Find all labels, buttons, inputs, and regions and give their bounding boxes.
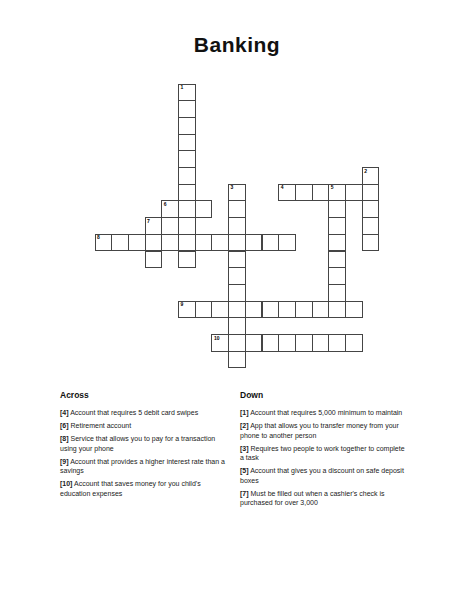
grid-cell[interactable]: 5 xyxy=(328,184,346,202)
clue-number: [7] xyxy=(240,490,249,497)
clue-number: [6] xyxy=(60,422,69,429)
cell-number: 9 xyxy=(181,302,184,307)
grid-cell[interactable] xyxy=(228,267,246,285)
grid-cell[interactable]: 8 xyxy=(95,234,113,252)
grid-cell[interactable] xyxy=(278,234,296,252)
grid-cell[interactable] xyxy=(328,251,346,269)
grid-cell[interactable] xyxy=(195,234,213,252)
grid-cell[interactable]: 7 xyxy=(145,217,163,235)
grid-cell[interactable] xyxy=(328,301,346,319)
down-clue-list: [1] Account that requires 5,000 minimum … xyxy=(240,408,408,508)
clue-down-3: [3] Requires two people to work together… xyxy=(240,444,408,463)
grid-cell[interactable] xyxy=(178,217,196,235)
clue-across-9: [9] Account that provides a higher inter… xyxy=(60,457,230,476)
clue-text: Retirement account xyxy=(71,422,132,429)
across-clue-list: [4] Account that requires 5 debit card s… xyxy=(60,408,230,498)
clue-down-7: [7] Must be filled out when a cashier's … xyxy=(240,489,408,508)
grid-cell[interactable] xyxy=(295,301,313,319)
grid-cell[interactable] xyxy=(178,184,196,202)
grid-cell[interactable] xyxy=(278,301,296,319)
grid-cell[interactable] xyxy=(295,334,313,352)
grid-cell[interactable] xyxy=(245,334,263,352)
clue-number: [8] xyxy=(60,435,69,442)
clue-text: Must be filled out when a cashier's chec… xyxy=(240,490,385,507)
clue-text: Account that provides a higher interest … xyxy=(60,458,225,475)
down-header: Down xyxy=(240,390,408,400)
grid-cell[interactable] xyxy=(345,184,363,202)
grid-cell[interactable] xyxy=(178,150,196,168)
clue-text: App that allows you to transfer money fr… xyxy=(240,422,399,439)
grid-cell[interactable] xyxy=(312,184,330,202)
grid-cell[interactable] xyxy=(262,301,280,319)
grid-cell[interactable] xyxy=(178,134,196,152)
crossword-grid: 12345678910 xyxy=(95,84,381,370)
grid-cell[interactable] xyxy=(328,217,346,235)
grid-cell[interactable] xyxy=(345,334,363,352)
cell-number: 7 xyxy=(147,219,150,224)
grid-cell[interactable] xyxy=(228,200,246,218)
clue-across-4: [4] Account that requires 5 debit card s… xyxy=(60,408,230,418)
grid-cell[interactable] xyxy=(362,200,380,218)
grid-cell[interactable] xyxy=(345,301,363,319)
grid-cell[interactable] xyxy=(362,184,380,202)
cell-number: 6 xyxy=(164,202,167,207)
clue-down-1: [1] Account that requires 5,000 minimum … xyxy=(240,408,408,418)
clue-text: Requires two people to work together to … xyxy=(240,445,405,462)
grid-cell[interactable] xyxy=(211,234,229,252)
grid-cell[interactable] xyxy=(161,234,179,252)
grid-cell[interactable] xyxy=(228,217,246,235)
clue-across-6: [6] Retirement account xyxy=(60,421,230,431)
grid-cell[interactable]: 9 xyxy=(178,301,196,319)
grid-cell[interactable] xyxy=(228,251,246,269)
grid-cell[interactable] xyxy=(145,234,163,252)
grid-cell[interactable] xyxy=(312,334,330,352)
cell-number: 4 xyxy=(281,185,284,190)
across-clues-section: Across [4] Account that requires 5 debit… xyxy=(60,390,230,502)
grid-cell[interactable]: 2 xyxy=(362,167,380,185)
grid-cell[interactable] xyxy=(262,234,280,252)
clue-text: Account that requires 5,000 minimum to m… xyxy=(250,409,402,416)
grid-cell[interactable] xyxy=(362,234,380,252)
grid-cell[interactable] xyxy=(328,284,346,302)
clue-across-8: [8] Service that allows you to pay for a… xyxy=(60,434,230,453)
grid-cell[interactable]: 10 xyxy=(211,334,229,352)
clue-text: Service that allows you to pay for a tra… xyxy=(60,435,215,452)
grid-cell[interactable]: 3 xyxy=(228,184,246,202)
grid-cell[interactable] xyxy=(295,184,313,202)
clue-across-10: [10] Account that saves money for you ch… xyxy=(60,479,230,498)
grid-cell[interactable] xyxy=(245,301,263,319)
grid-cell[interactable] xyxy=(228,234,246,252)
grid-cell[interactable] xyxy=(328,200,346,218)
grid-cell[interactable] xyxy=(195,200,213,218)
clue-down-2: [2] App that allows you to transfer mone… xyxy=(240,421,408,440)
grid-cell[interactable] xyxy=(312,301,330,319)
clue-number: [2] xyxy=(240,422,249,429)
grid-cell[interactable] xyxy=(245,234,263,252)
clue-number: [3] xyxy=(240,445,249,452)
grid-cell[interactable] xyxy=(178,117,196,135)
grid-cell[interactable]: 6 xyxy=(161,200,179,218)
grid-cell[interactable] xyxy=(178,100,196,118)
clue-down-5: [5] Account that gives you a discount on… xyxy=(240,466,408,485)
grid-cell[interactable] xyxy=(228,334,246,352)
grid-cell[interactable] xyxy=(128,234,146,252)
grid-cell[interactable] xyxy=(328,267,346,285)
grid-cell[interactable] xyxy=(145,251,163,269)
grid-cell[interactable]: 1 xyxy=(178,84,196,102)
grid-cell[interactable] xyxy=(178,234,196,252)
grid-cell[interactable] xyxy=(362,217,380,235)
clue-number: [5] xyxy=(240,467,249,474)
clue-text: Account that saves money for you child's… xyxy=(60,480,201,497)
across-header: Across xyxy=(60,390,230,400)
cell-number: 3 xyxy=(231,185,234,190)
clue-text: Account that requires 5 debit card swipe… xyxy=(70,409,198,416)
grid-cell[interactable] xyxy=(178,200,196,218)
grid-cell[interactable] xyxy=(228,301,246,319)
grid-cell[interactable] xyxy=(111,234,129,252)
cell-number: 10 xyxy=(214,336,220,341)
grid-cell[interactable] xyxy=(195,301,213,319)
grid-cell[interactable] xyxy=(178,251,196,269)
cell-number: 8 xyxy=(97,235,100,240)
grid-cell[interactable] xyxy=(328,334,346,352)
cell-number: 5 xyxy=(331,185,334,190)
clue-number: [1] xyxy=(240,409,249,416)
puzzle-title: Banking xyxy=(0,33,474,57)
clue-number: [9] xyxy=(60,458,69,465)
grid-cell[interactable] xyxy=(228,284,246,302)
clue-text: Account that gives you a discount on saf… xyxy=(240,467,404,484)
grid-cell[interactable] xyxy=(228,351,246,369)
grid-cell[interactable] xyxy=(178,167,196,185)
grid-cell[interactable]: 4 xyxy=(278,184,296,202)
cell-number: 1 xyxy=(181,85,184,90)
cell-number: 2 xyxy=(364,169,367,174)
grid-cell[interactable] xyxy=(228,317,246,335)
grid-cell[interactable] xyxy=(278,334,296,352)
clue-number: [4] xyxy=(60,409,69,416)
down-clues-section: Down [1] Account that requires 5,000 min… xyxy=(240,390,408,511)
grid-cell[interactable] xyxy=(262,334,280,352)
grid-cell[interactable] xyxy=(211,301,229,319)
grid-cell[interactable] xyxy=(328,234,346,252)
clue-number: [10] xyxy=(60,480,72,487)
